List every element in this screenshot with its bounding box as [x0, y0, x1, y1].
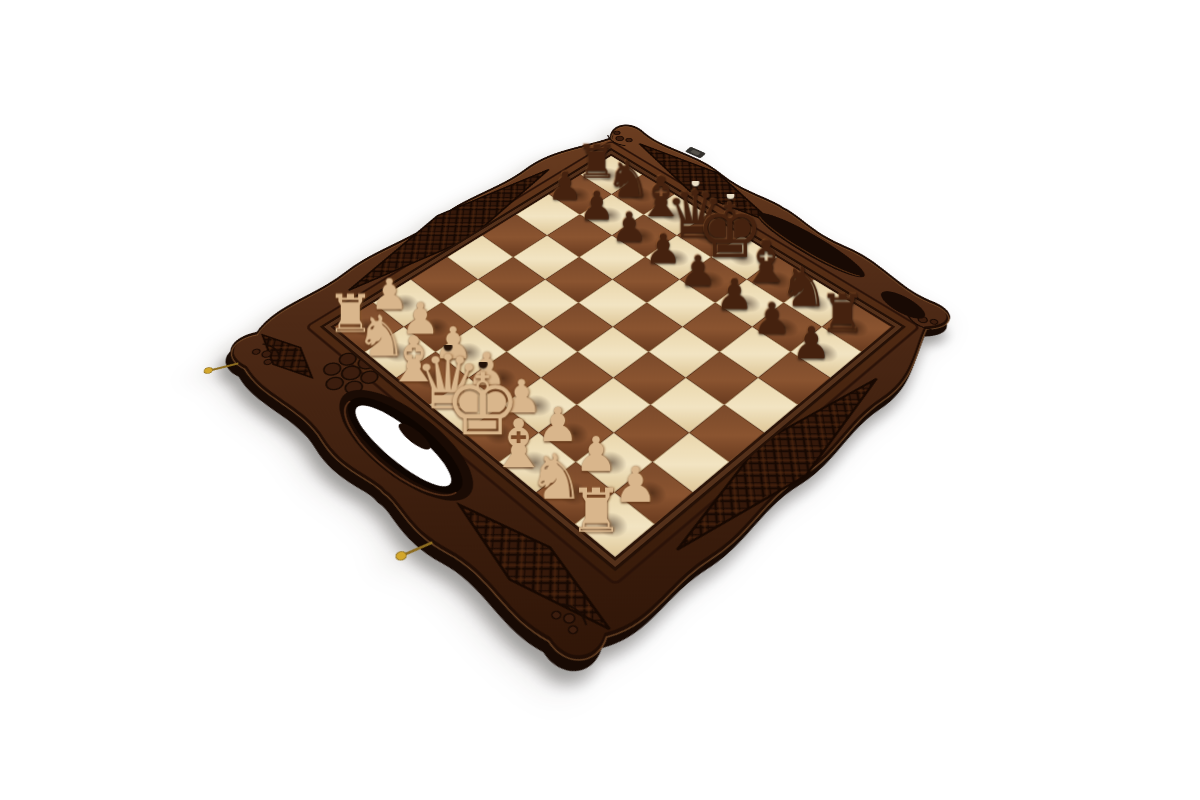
finial [478, 359, 487, 368]
finial [443, 342, 452, 351]
white-rook[interactable]: ♜ [546, 481, 646, 541]
finial [726, 191, 734, 199]
finial [691, 179, 699, 187]
product-photo-scene: Hand-carved walnut folding chess and bac… [0, 0, 1200, 800]
black-pawn[interactable]: ♟ [767, 321, 855, 365]
photo-caption: Hand-carved walnut folding chess and bac… [0, 0, 1, 1]
carved-case-3d: ♜♞♝♛♚♝♞♜♟♟♟♟♟♟♟♟♟♟♟♟♟♟♟♟♜♞♝♛♚♝♞♜ [199, 99, 1001, 693]
